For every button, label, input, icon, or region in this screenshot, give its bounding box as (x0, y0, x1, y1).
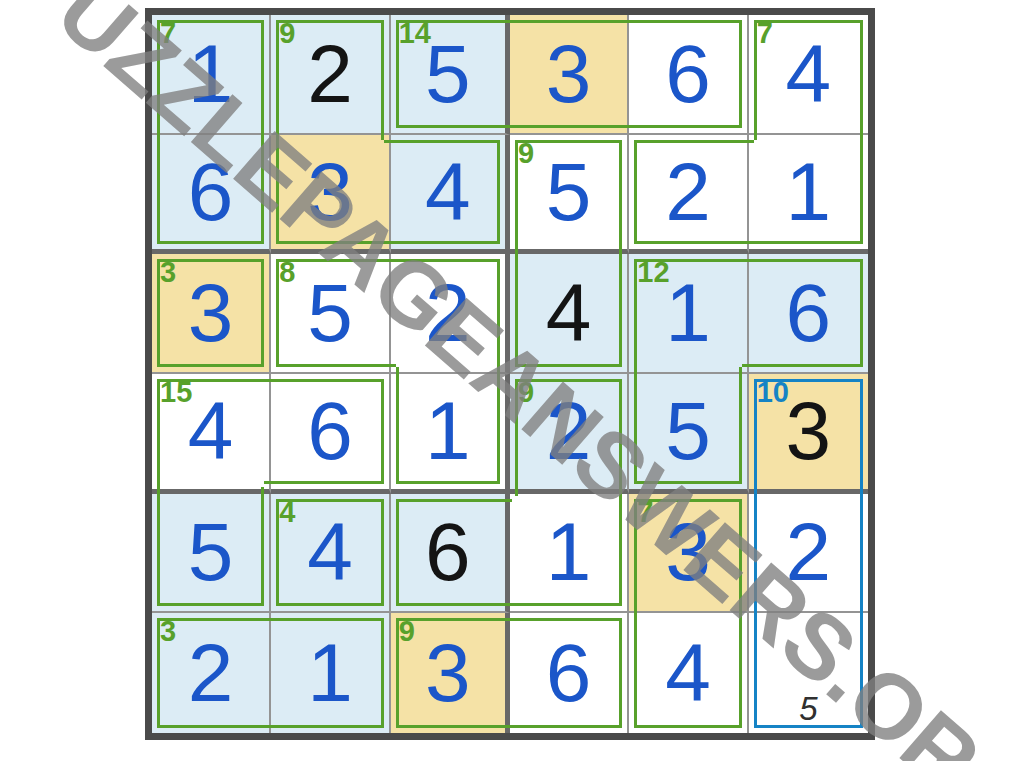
cell-r5c5[interactable]: 73 (629, 494, 748, 614)
cage-sum: 9 (399, 617, 415, 646)
solved-digit: 5 (307, 272, 353, 354)
solved-digit: 5 (188, 511, 234, 593)
cell-r1c4[interactable]: 3 (510, 15, 629, 135)
cell-r1c3[interactable]: 145 (391, 15, 510, 135)
cell-r2c3[interactable]: 4 (391, 135, 510, 255)
solved-digit: 1 (786, 151, 832, 233)
cell-r4c6[interactable]: 103 (749, 374, 868, 494)
cage-sum: 9 (518, 139, 534, 168)
cage-sum: 10 (757, 378, 789, 407)
solved-digit: 6 (665, 33, 711, 115)
solved-digit: 5 (665, 390, 711, 472)
solved-digit: 3 (307, 151, 353, 233)
solved-digit: 3 (425, 632, 471, 714)
cage-sum: 7 (637, 498, 653, 527)
solved-digit: 6 (786, 272, 832, 354)
solved-digit: 3 (188, 272, 234, 354)
cell-r3c2[interactable]: 85 (271, 254, 390, 374)
cell-r3c3[interactable]: 2 (391, 254, 510, 374)
solved-digit: 5 (546, 151, 592, 233)
cell-r5c2[interactable]: 44 (271, 494, 390, 614)
given-digit: 2 (307, 33, 353, 115)
cell-r4c4[interactable]: 92 (510, 374, 629, 494)
cell-r1c6[interactable]: 74 (749, 15, 868, 135)
solved-digit: 4 (665, 632, 711, 714)
cage-sum: 9 (279, 19, 295, 48)
cell-r6c6[interactable]: 5 (749, 613, 868, 733)
cell-r2c5[interactable]: 2 (629, 135, 748, 255)
cage-sum: 8 (279, 258, 295, 287)
solved-digit: 6 (188, 151, 234, 233)
cell-r2c6[interactable]: 1 (749, 135, 868, 255)
cell-r2c2[interactable]: 3 (271, 135, 390, 255)
cell-r2c1[interactable]: 6 (152, 135, 271, 255)
cage-sum: 3 (160, 617, 176, 646)
solved-digit: 3 (546, 33, 592, 115)
cell-r5c4[interactable]: 1 (510, 494, 629, 614)
cell-r3c6[interactable]: 6 (749, 254, 868, 374)
cage-sum: 9 (518, 378, 534, 407)
cell-r5c1[interactable]: 5 (152, 494, 271, 614)
cell-r6c3[interactable]: 93 (391, 613, 510, 733)
solved-digit: 4 (188, 390, 234, 472)
cage-sum: 12 (637, 258, 669, 287)
solved-digit: 2 (425, 272, 471, 354)
cell-r1c1[interactable]: 71 (152, 15, 271, 135)
cell-r1c2[interactable]: 92 (271, 15, 390, 135)
solved-digit: 4 (425, 151, 471, 233)
cell-r4c2[interactable]: 6 (271, 374, 390, 494)
cage-sum: 4 (279, 498, 295, 527)
solved-digit: 2 (546, 390, 592, 472)
given-digit: 3 (786, 390, 832, 472)
solved-digit: 1 (546, 511, 592, 593)
solved-digit: 3 (665, 511, 711, 593)
killer-sudoku-board: 7192145367463495213385241216154619251035… (145, 8, 875, 740)
cage-sum: 14 (399, 19, 431, 48)
given-digit: 4 (546, 272, 592, 354)
solved-digit: 2 (188, 632, 234, 714)
cell-r6c2[interactable]: 1 (271, 613, 390, 733)
cell-r3c4[interactable]: 4 (510, 254, 629, 374)
solved-digit: 4 (307, 511, 353, 593)
cell-r2c4[interactable]: 95 (510, 135, 629, 255)
cell-r4c3[interactable]: 1 (391, 374, 510, 494)
cell-r3c5[interactable]: 121 (629, 254, 748, 374)
solved-digit: 4 (786, 33, 832, 115)
solved-digit: 6 (307, 390, 353, 472)
cell-r5c6[interactable]: 2 (749, 494, 868, 614)
cell-r4c5[interactable]: 5 (629, 374, 748, 494)
solved-digit: 5 (425, 33, 471, 115)
solved-digit: 1 (307, 632, 353, 714)
cell-r6c5[interactable]: 4 (629, 613, 748, 733)
solved-digit: 1 (665, 272, 711, 354)
solved-digit: 2 (786, 511, 832, 593)
solved-digit: 6 (546, 632, 592, 714)
cell-r3c1[interactable]: 33 (152, 254, 271, 374)
cell-r6c1[interactable]: 32 (152, 613, 271, 733)
cage-sum: 15 (160, 378, 192, 407)
solved-digit: 1 (425, 390, 471, 472)
cell-r5c3[interactable]: 6 (391, 494, 510, 614)
given-digit: 6 (425, 511, 471, 593)
solved-digit: 2 (665, 151, 711, 233)
cage-sum: 7 (160, 19, 176, 48)
cell-r6c4[interactable]: 6 (510, 613, 629, 733)
solved-digit: 1 (188, 33, 234, 115)
cell-r1c5[interactable]: 6 (629, 15, 748, 135)
cage-sum: 3 (160, 258, 176, 287)
cage-sum: 7 (757, 19, 773, 48)
cell-r4c1[interactable]: 154 (152, 374, 271, 494)
pencil-mark: 5 (749, 692, 868, 725)
